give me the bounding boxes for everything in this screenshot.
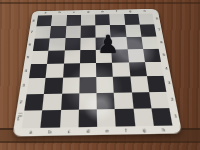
square-b7[interactable] bbox=[50, 26, 66, 38]
coordinate-label: 4 bbox=[165, 67, 168, 71]
coordinate-label: d bbox=[87, 129, 90, 134]
square-e3[interactable] bbox=[96, 77, 114, 93]
square-b6[interactable] bbox=[49, 38, 65, 51]
square-c1[interactable] bbox=[59, 109, 78, 127]
coordinate-label: e bbox=[106, 129, 109, 134]
square-g6[interactable] bbox=[126, 36, 143, 49]
coordinate-label: 5 bbox=[26, 56, 29, 59]
coordinate-label: d bbox=[87, 11, 89, 14]
square-b5[interactable] bbox=[47, 50, 64, 64]
square-f2[interactable] bbox=[114, 92, 133, 109]
file-labels-bottom: abcdefgh bbox=[21, 128, 174, 135]
square-e8[interactable] bbox=[95, 14, 110, 25]
square-c6[interactable] bbox=[64, 37, 80, 50]
square-a3[interactable] bbox=[27, 78, 46, 94]
square-d8[interactable] bbox=[81, 15, 96, 26]
border-stamp: ||| bbox=[16, 113, 21, 119]
square-a5[interactable] bbox=[31, 51, 49, 65]
coordinate-label: h bbox=[143, 10, 146, 13]
photo-scene: abcdefgh abcdefgh 87654321 87654321 ||| … bbox=[0, 0, 200, 150]
coordinate-label: g bbox=[143, 128, 147, 133]
square-h3[interactable] bbox=[147, 76, 167, 92]
square-h5[interactable] bbox=[143, 49, 161, 63]
square-c3[interactable] bbox=[62, 78, 80, 94]
square-h4[interactable] bbox=[145, 62, 164, 77]
square-a8[interactable] bbox=[36, 15, 52, 26]
square-h2[interactable] bbox=[149, 91, 169, 108]
coordinate-label: g bbox=[129, 10, 132, 13]
coordinate-label: 8 bbox=[32, 20, 35, 23]
square-h7[interactable] bbox=[140, 24, 157, 36]
coordinate-label: b bbox=[48, 130, 51, 135]
square-b8[interactable] bbox=[51, 15, 66, 26]
square-a1[interactable] bbox=[22, 110, 43, 128]
coordinate-label: f bbox=[125, 129, 127, 134]
square-h1[interactable] bbox=[151, 108, 172, 126]
coordinate-label: 6 bbox=[160, 41, 163, 44]
square-d2[interactable] bbox=[79, 93, 97, 110]
black-pawn[interactable]: ♟ bbox=[95, 32, 121, 58]
coordinate-label: 8 bbox=[156, 18, 159, 21]
square-e1[interactable] bbox=[97, 109, 116, 127]
coordinate-label: a bbox=[44, 11, 46, 14]
table-plank-seam bbox=[0, 2, 200, 4]
table-plank-seam bbox=[0, 141, 200, 143]
coordinate-label: 1 bbox=[174, 114, 178, 118]
chessboard: abcdefgh abcdefgh 87654321 87654321 ||| bbox=[12, 9, 182, 137]
coordinate-label: c bbox=[73, 11, 75, 14]
coordinate-label: 7 bbox=[158, 29, 161, 32]
square-a6[interactable] bbox=[33, 38, 50, 51]
square-f3[interactable] bbox=[113, 77, 131, 93]
square-e2[interactable] bbox=[97, 92, 115, 109]
square-c2[interactable] bbox=[61, 93, 79, 110]
square-b4[interactable] bbox=[46, 64, 64, 79]
square-b3[interactable] bbox=[44, 78, 62, 94]
square-h8[interactable] bbox=[138, 14, 154, 25]
square-d4[interactable] bbox=[79, 63, 96, 78]
coordinate-label: 3 bbox=[22, 84, 25, 88]
coordinate-label: 3 bbox=[168, 82, 171, 86]
square-h6[interactable] bbox=[141, 36, 158, 49]
coordinate-label: f bbox=[116, 10, 117, 13]
square-g2[interactable] bbox=[131, 92, 151, 109]
coordinate-label: a bbox=[29, 130, 32, 135]
square-d1[interactable] bbox=[78, 109, 97, 127]
square-g7[interactable] bbox=[125, 25, 141, 37]
square-f8[interactable] bbox=[109, 14, 124, 25]
square-f1[interactable] bbox=[115, 108, 135, 126]
square-g1[interactable] bbox=[133, 108, 154, 126]
square-c7[interactable] bbox=[65, 26, 80, 38]
square-g4[interactable] bbox=[128, 62, 146, 77]
square-d7[interactable] bbox=[80, 26, 95, 38]
coordinate-label: 7 bbox=[30, 31, 33, 34]
square-b2[interactable] bbox=[42, 93, 61, 110]
square-b1[interactable] bbox=[41, 110, 61, 128]
square-e4[interactable] bbox=[96, 63, 113, 78]
square-a2[interactable] bbox=[24, 94, 44, 111]
coordinate-label: h bbox=[162, 128, 166, 133]
square-g8[interactable] bbox=[124, 14, 140, 25]
coordinate-label: c bbox=[68, 130, 71, 135]
square-d6[interactable] bbox=[80, 37, 96, 50]
square-a4[interactable] bbox=[29, 64, 47, 79]
coordinate-label: 4 bbox=[24, 69, 27, 73]
square-c4[interactable] bbox=[63, 63, 80, 78]
coordinate-label: 2 bbox=[19, 100, 22, 104]
square-d5[interactable] bbox=[80, 50, 96, 64]
square-c8[interactable] bbox=[66, 15, 81, 26]
square-a7[interactable] bbox=[35, 26, 51, 38]
square-c5[interactable] bbox=[64, 50, 81, 64]
coordinate-label: 6 bbox=[28, 43, 31, 46]
coordinate-label: 5 bbox=[162, 53, 165, 56]
coordinate-label: 2 bbox=[171, 97, 175, 101]
coordinate-label: e bbox=[101, 10, 103, 13]
coordinate-label: b bbox=[59, 11, 61, 14]
square-g3[interactable] bbox=[130, 76, 149, 92]
square-f4[interactable] bbox=[112, 62, 130, 77]
square-d3[interactable] bbox=[79, 77, 96, 93]
square-g5[interactable] bbox=[127, 49, 145, 63]
